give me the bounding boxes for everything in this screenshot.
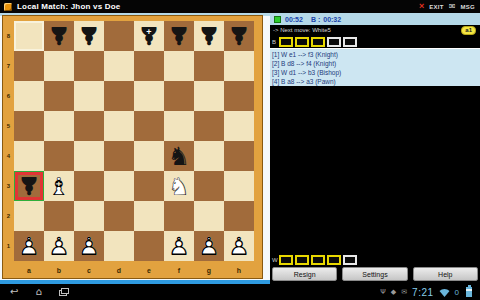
white-clock: 00:52 — [285, 16, 303, 23]
white-tray-cell-filled — [311, 255, 325, 265]
rank-label-8: 8 — [3, 21, 14, 51]
square-f8[interactable]: ♟ — [164, 21, 194, 51]
rank-label-1: 1 — [3, 231, 14, 261]
square-e6[interactable] — [134, 81, 164, 111]
move-entry: [4] B a8 --> a3 (Pawn) — [272, 77, 478, 86]
square-e7[interactable] — [134, 51, 164, 81]
home-button[interactable]: ⌂ — [35, 287, 41, 297]
square-e2[interactable] — [134, 201, 164, 231]
black-tray-cell-filled — [311, 37, 325, 47]
white-pawn: ♟♙ — [194, 231, 224, 261]
square-g5[interactable] — [194, 111, 224, 141]
white-pawn: ♟♙ — [74, 231, 104, 261]
square-c5[interactable] — [74, 111, 104, 141]
square-f1[interactable]: ♟♙ — [164, 231, 194, 261]
square-c8[interactable]: ♟ — [74, 21, 104, 51]
square-c7[interactable] — [74, 51, 104, 81]
black-tray-cell-empty — [343, 37, 357, 47]
recents-icon — [61, 288, 69, 294]
move-list[interactable]: [1] W e1 --> f3 (Knight) [2] B d8 --> f4… — [270, 48, 480, 86]
square-g8[interactable]: ♟ — [194, 21, 224, 51]
black-pawn: ♟ — [164, 21, 194, 51]
move-entry: [2] B d8 --> f4 (Knight) — [272, 59, 478, 68]
square-a3[interactable]: ♟ — [14, 171, 44, 201]
square-e8[interactable]: ♟+ — [134, 21, 164, 51]
square-c6[interactable] — [74, 81, 104, 111]
square-d1[interactable] — [104, 231, 134, 261]
black-tray: B — [270, 35, 480, 48]
file-labels: abcdefgh — [14, 263, 254, 278]
file-label-g: g — [194, 263, 224, 278]
screen: Local Match: Jhon vs Doe × EXIT ✉ MSG 87… — [0, 0, 480, 300]
rank-labels: 87654321 — [3, 21, 14, 261]
wifi-icon — [439, 288, 450, 297]
rank-label-5: 5 — [3, 111, 14, 141]
square-h7[interactable] — [224, 51, 254, 81]
square-f6[interactable] — [164, 81, 194, 111]
next-move-bar: -> Next move: White5 a1 — [270, 25, 480, 35]
square-d4[interactable] — [104, 141, 134, 171]
info-panel: 00:52 B : 00:32 -> Next move: White5 a1 … — [270, 13, 480, 284]
file-label-h: h — [224, 263, 254, 278]
square-a8[interactable] — [14, 21, 44, 51]
black-knight: ♞ — [164, 141, 194, 171]
square-h5[interactable] — [224, 111, 254, 141]
white-bishop: ♝♗ — [44, 171, 74, 201]
square-a2[interactable] — [14, 201, 44, 231]
black-pawn: ♟ — [14, 171, 44, 201]
msg-button[interactable]: MSG — [460, 4, 475, 10]
move-entry: [3] W d1 --> b3 (Bishop) — [272, 68, 478, 77]
settings-button[interactable]: Settings — [342, 267, 407, 281]
square-b5[interactable] — [44, 111, 74, 141]
square-e5[interactable] — [134, 111, 164, 141]
black-pawn: ♟ — [74, 21, 104, 51]
black-pawn: ♟ — [194, 21, 224, 51]
move-entry: [1] W e1 --> f3 (Knight) — [272, 50, 478, 59]
rank-label-6: 6 — [3, 81, 14, 111]
white-pawn: ♟♙ — [224, 231, 254, 261]
square-g6[interactable] — [194, 81, 224, 111]
square-a1[interactable]: ♟♙ — [14, 231, 44, 261]
location-icon: ◆ — [391, 289, 396, 296]
black-clock-label: B : — [311, 16, 320, 23]
black-clock: 00:32 — [323, 16, 341, 23]
white-pawn-glyph: ♙ — [14, 231, 44, 261]
back-button[interactable]: ↩ — [10, 287, 18, 297]
square-h8[interactable]: ♟ — [224, 21, 254, 51]
square-g1[interactable]: ♟♙ — [194, 231, 224, 261]
recents-button[interactable] — [59, 288, 69, 296]
square-h2[interactable] — [224, 201, 254, 231]
square-h6[interactable] — [224, 81, 254, 111]
white-tray-cell-filled — [295, 255, 309, 265]
black-tray-cell-filled — [279, 37, 293, 47]
white-knight: ♞♘ — [164, 171, 194, 201]
square-g4[interactable] — [194, 141, 224, 171]
white-turn-indicator — [274, 16, 281, 23]
square-b3[interactable]: ♝♗ — [44, 171, 74, 201]
square-b2[interactable] — [44, 201, 74, 231]
board-squares: ♟♟♟+♟♟♟♞♟♝♗♞♘♟♙♟♙♟♙♟♙♟♙♟♙ — [14, 21, 254, 261]
square-b4[interactable] — [44, 141, 74, 171]
white-knight-glyph: ♘ — [164, 171, 194, 201]
clock-time: 7:21 — [412, 287, 433, 298]
square-c2[interactable] — [74, 201, 104, 231]
white-pawn: ♟♙ — [14, 231, 44, 261]
square-a6[interactable] — [14, 81, 44, 111]
white-tray-cell-filled — [327, 255, 341, 265]
square-d5[interactable] — [104, 111, 134, 141]
white-pawn-glyph: ♙ — [224, 231, 254, 261]
square-g2[interactable] — [194, 201, 224, 231]
white-bishop-glyph: ♗ — [44, 171, 74, 201]
clock-bar: 00:52 B : 00:32 — [270, 13, 480, 25]
square-a5[interactable] — [14, 111, 44, 141]
white-pawn-glyph: ♙ — [164, 231, 194, 261]
board-panel: 87654321 ♟♟♟+♟♟♟♞♟♝♗♞♘♟♙♟♙♟♙♟♙♟♙♟♙ abcde… — [0, 13, 270, 284]
black-tray-label: B — [272, 39, 277, 45]
white-pawn-glyph: ♙ — [194, 231, 224, 261]
panel-filler — [270, 86, 480, 253]
white-tray-cell-filled — [279, 255, 293, 265]
file-label-b: b — [44, 263, 74, 278]
square-a7[interactable] — [14, 51, 44, 81]
white-tray: W — [270, 253, 480, 266]
usb-icon: Ψ — [380, 289, 386, 296]
square-g7[interactable] — [194, 51, 224, 81]
square-e4[interactable] — [134, 141, 164, 171]
file-label-c: c — [74, 263, 104, 278]
square-b7[interactable] — [44, 51, 74, 81]
app-icon — [4, 3, 12, 11]
square-c4[interactable] — [74, 141, 104, 171]
square-g3[interactable] — [194, 171, 224, 201]
window-title: Local Match: Jhon vs Doe — [17, 2, 120, 11]
black-pawn: ♟ — [224, 21, 254, 51]
square-d7[interactable] — [104, 51, 134, 81]
rank-label-4: 4 — [3, 141, 14, 171]
exit-button[interactable]: EXIT — [429, 4, 444, 10]
square-d3[interactable] — [104, 171, 134, 201]
signal-indicator: 0 — [455, 288, 459, 297]
square-h4[interactable] — [224, 141, 254, 171]
square-badge: a1 — [461, 26, 476, 35]
square-d8[interactable] — [104, 21, 134, 51]
mail-icon[interactable]: ✉ — [449, 3, 456, 11]
square-a4[interactable] — [14, 141, 44, 171]
square-e1[interactable] — [134, 231, 164, 261]
square-h1[interactable]: ♟♙ — [224, 231, 254, 261]
help-button[interactable]: Help — [413, 267, 478, 281]
button-row: Resign Settings Help — [270, 266, 480, 284]
file-label-d: d — [104, 263, 134, 278]
black-tray-cell-empty — [327, 37, 341, 47]
white-pawn-glyph: ♙ — [74, 231, 104, 261]
file-label-e: e — [134, 263, 164, 278]
white-pawn: ♟♙ — [44, 231, 74, 261]
square-b6[interactable] — [44, 81, 74, 111]
notification-mail-icon: ✉ — [401, 289, 407, 296]
title-bar: Local Match: Jhon vs Doe × EXIT ✉ MSG — [0, 0, 480, 13]
close-icon[interactable]: × — [419, 2, 424, 11]
resign-button[interactable]: Resign — [272, 267, 337, 281]
next-move-text: -> Next move: White5 — [273, 27, 331, 33]
king-cross-icon: + — [146, 28, 151, 37]
white-pawn: ♟♙ — [164, 231, 194, 261]
file-label-f: f — [164, 263, 194, 278]
square-e3[interactable] — [134, 171, 164, 201]
square-d6[interactable] — [104, 81, 134, 111]
black-tray-cell-filled — [295, 37, 309, 47]
white-pawn-glyph: ♙ — [44, 231, 74, 261]
square-f2[interactable] — [164, 201, 194, 231]
square-b1[interactable]: ♟♙ — [44, 231, 74, 261]
square-f4[interactable]: ♞ — [164, 141, 194, 171]
battery-icon — [466, 287, 472, 297]
square-h3[interactable] — [224, 171, 254, 201]
square-f3[interactable]: ♞♘ — [164, 171, 194, 201]
rank-label-3: 3 — [3, 171, 14, 201]
square-f5[interactable] — [164, 111, 194, 141]
square-d2[interactable] — [104, 201, 134, 231]
white-tray-label: W — [272, 257, 277, 263]
rank-label-2: 2 — [3, 201, 14, 231]
square-b8[interactable]: ♟ — [44, 21, 74, 51]
rank-label-7: 7 — [3, 51, 14, 81]
white-tray-cell-empty — [343, 255, 357, 265]
square-f7[interactable] — [164, 51, 194, 81]
square-c3[interactable] — [74, 171, 104, 201]
file-label-a: a — [14, 263, 44, 278]
square-c1[interactable]: ♟♙ — [74, 231, 104, 261]
black-pawn: ♟ — [44, 21, 74, 51]
android-nav-bar: ↩ ⌂ Ψ ◆ ✉ 7:21 0 — [0, 284, 480, 300]
board-frame: 87654321 ♟♟♟+♟♟♟♞♟♝♗♞♘♟♙♟♙♟♙♟♙♟♙♟♙ abcde… — [2, 15, 263, 279]
